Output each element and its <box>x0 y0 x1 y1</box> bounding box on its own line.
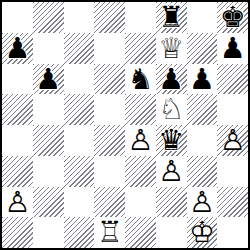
square-f3[interactable]: ♟♙ <box>156 156 187 187</box>
white-pawn-fill: ♟ <box>217 125 248 156</box>
piece-white-pawn-h4[interactable]: ♟♙ <box>217 125 248 156</box>
square-e6[interactable]: ♞♞ <box>125 64 156 95</box>
square-d3[interactable] <box>94 156 125 187</box>
square-d1[interactable]: ♜♖ <box>94 217 125 248</box>
square-f2[interactable] <box>156 187 187 218</box>
white-queen-fill: ♛ <box>156 33 187 64</box>
square-h1[interactable] <box>217 217 248 248</box>
square-b3[interactable] <box>33 156 64 187</box>
white-pawn-fill: ♟ <box>125 125 156 156</box>
white-pawn-fill: ♟ <box>156 156 187 187</box>
white-king-icon: ♔ <box>187 217 218 248</box>
square-a5[interactable] <box>2 94 33 125</box>
square-d8[interactable] <box>94 2 125 33</box>
black-knight-fill: ♞ <box>123 61 158 96</box>
square-c2[interactable] <box>64 187 95 218</box>
square-e2[interactable] <box>125 187 156 218</box>
piece-black-pawn-g6[interactable]: ♟♟ <box>187 64 218 95</box>
white-queen-icon: ♕ <box>156 33 187 64</box>
square-f5[interactable]: ♞♘ <box>156 94 187 125</box>
square-c7[interactable] <box>64 33 95 64</box>
square-b1[interactable] <box>33 217 64 248</box>
piece-white-pawn-a2[interactable]: ♟♙ <box>2 187 33 218</box>
square-e1[interactable] <box>125 217 156 248</box>
white-pawn-icon: ♙ <box>217 125 248 156</box>
square-h4[interactable]: ♟♙ <box>217 125 248 156</box>
square-f6[interactable]: ♟♟ <box>156 64 187 95</box>
square-e3[interactable] <box>125 156 156 187</box>
piece-black-knight-e6[interactable]: ♞♞ <box>125 64 156 95</box>
square-b6[interactable]: ♟♟ <box>33 64 64 95</box>
square-c8[interactable] <box>64 2 95 33</box>
square-f7[interactable]: ♛♕ <box>156 33 187 64</box>
piece-white-pawn-f3[interactable]: ♟♙ <box>156 156 187 187</box>
square-d2[interactable] <box>94 187 125 218</box>
black-pawn-icon: ♟ <box>33 64 64 95</box>
square-a2[interactable]: ♟♙ <box>2 187 33 218</box>
square-f4[interactable]: ♛♛ <box>156 125 187 156</box>
square-h8[interactable]: ♚♚ <box>217 2 248 33</box>
white-rook-fill: ♜ <box>94 217 125 248</box>
square-c3[interactable] <box>64 156 95 187</box>
piece-white-queen-f7[interactable]: ♛♕ <box>156 33 187 64</box>
black-queen-icon: ♛ <box>156 125 187 156</box>
square-b8[interactable] <box>33 2 64 33</box>
white-king-fill: ♚ <box>187 217 218 248</box>
square-c1[interactable] <box>64 217 95 248</box>
black-pawn-icon: ♟ <box>156 64 187 95</box>
black-pawn-icon: ♟ <box>217 33 248 64</box>
square-g6[interactable]: ♟♟ <box>187 64 218 95</box>
square-a6[interactable] <box>2 64 33 95</box>
white-pawn-icon: ♙ <box>2 187 33 218</box>
white-rook-icon: ♖ <box>94 217 125 248</box>
white-pawn-fill: ♟ <box>187 187 218 218</box>
black-pawn-fill: ♟ <box>0 30 35 65</box>
black-king-icon: ♚ <box>217 2 248 33</box>
white-pawn-icon: ♙ <box>187 187 218 218</box>
square-h3[interactable] <box>217 156 248 187</box>
piece-black-pawn-f6[interactable]: ♟♟ <box>156 64 187 95</box>
square-g4[interactable] <box>187 125 218 156</box>
square-h7[interactable]: ♟♟ <box>217 33 248 64</box>
black-rook-fill: ♜ <box>153 0 188 35</box>
square-g2[interactable]: ♟♙ <box>187 187 218 218</box>
black-pawn-fill: ♟ <box>184 61 219 96</box>
square-g5[interactable] <box>187 94 218 125</box>
square-c5[interactable] <box>64 94 95 125</box>
square-e7[interactable] <box>125 33 156 64</box>
square-e4[interactable]: ♟♙ <box>125 125 156 156</box>
white-knight-icon: ♘ <box>156 94 187 125</box>
square-f1[interactable] <box>156 217 187 248</box>
square-c4[interactable] <box>64 125 95 156</box>
piece-black-queen-f4[interactable]: ♛♛ <box>156 125 187 156</box>
square-d4[interactable] <box>94 125 125 156</box>
chess-board: ♜♜♚♚♟♟♛♕♟♟♟♟♞♞♟♟♟♟♞♘♟♙♛♛♟♙♟♙♟♙♟♙♜♖♚♔ <box>0 0 250 250</box>
piece-black-rook-f8[interactable]: ♜♜ <box>156 2 187 33</box>
square-e5[interactable] <box>125 94 156 125</box>
black-knight-icon: ♞ <box>125 64 156 95</box>
black-queen-fill: ♛ <box>153 122 188 157</box>
white-pawn-icon: ♙ <box>156 156 187 187</box>
piece-black-pawn-b6[interactable]: ♟♟ <box>33 64 64 95</box>
square-h6[interactable] <box>217 64 248 95</box>
piece-white-pawn-g2[interactable]: ♟♙ <box>187 187 218 218</box>
black-pawn-fill: ♟ <box>153 61 188 96</box>
square-c6[interactable] <box>64 64 95 95</box>
white-knight-fill: ♞ <box>156 94 187 125</box>
square-g8[interactable] <box>187 2 218 33</box>
piece-white-pawn-e4[interactable]: ♟♙ <box>125 125 156 156</box>
piece-white-rook-d1[interactable]: ♜♖ <box>94 217 125 248</box>
piece-black-king-h8[interactable]: ♚♚ <box>217 2 248 33</box>
square-a3[interactable] <box>2 156 33 187</box>
square-d6[interactable] <box>94 64 125 95</box>
black-rook-icon: ♜ <box>156 2 187 33</box>
square-a7[interactable]: ♟♟ <box>2 33 33 64</box>
square-g1[interactable]: ♚♔ <box>187 217 218 248</box>
black-pawn-fill: ♟ <box>215 30 250 65</box>
piece-black-pawn-a7[interactable]: ♟♟ <box>2 33 33 64</box>
square-h5[interactable] <box>217 94 248 125</box>
piece-white-knight-f5[interactable]: ♞♘ <box>156 94 187 125</box>
square-h2[interactable] <box>217 187 248 218</box>
square-d5[interactable] <box>94 94 125 125</box>
square-a4[interactable] <box>2 125 33 156</box>
square-b5[interactable] <box>33 94 64 125</box>
piece-black-pawn-h7[interactable]: ♟♟ <box>217 33 248 64</box>
square-a8[interactable] <box>2 2 33 33</box>
white-pawn-fill: ♟ <box>2 187 33 218</box>
white-pawn-icon: ♙ <box>125 125 156 156</box>
square-g7[interactable] <box>187 33 218 64</box>
piece-white-king-g1[interactable]: ♚♔ <box>187 217 218 248</box>
black-king-fill: ♚ <box>215 0 250 35</box>
square-b7[interactable] <box>33 33 64 64</box>
square-a1[interactable] <box>2 217 33 248</box>
black-pawn-icon: ♟ <box>187 64 218 95</box>
square-b2[interactable] <box>33 187 64 218</box>
black-pawn-fill: ♟ <box>30 61 65 96</box>
square-f8[interactable]: ♜♜ <box>156 2 187 33</box>
square-b4[interactable] <box>33 125 64 156</box>
square-g3[interactable] <box>187 156 218 187</box>
square-d7[interactable] <box>94 33 125 64</box>
black-pawn-icon: ♟ <box>2 33 33 64</box>
square-e8[interactable] <box>125 2 156 33</box>
